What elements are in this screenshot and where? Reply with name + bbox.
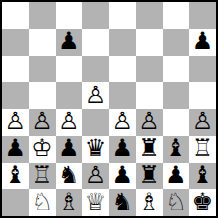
square-a2[interactable]: ♝: [2, 163, 29, 190]
square-e3[interactable]: ♟: [109, 136, 136, 163]
square-b3[interactable]: ♔: [29, 136, 56, 163]
square-g6[interactable]: [163, 56, 190, 83]
square-e8[interactable]: [109, 2, 136, 29]
piece-white-bishop: ♗: [58, 190, 80, 214]
piece-black-bishop: ♝: [192, 163, 214, 187]
square-f7[interactable]: [136, 29, 163, 56]
square-c4[interactable]: ♙: [56, 109, 83, 136]
piece-black-pawn: ♟: [112, 136, 134, 160]
square-c2[interactable]: ♞: [56, 163, 83, 190]
piece-white-pawn: ♙: [138, 109, 160, 133]
piece-white-knight: ♘: [165, 190, 187, 214]
square-g1[interactable]: ♘: [163, 189, 190, 216]
piece-white-pawn: ♙: [85, 83, 107, 107]
piece-black-pawn: ♟: [5, 136, 27, 160]
piece-black-bishop: ♝: [165, 136, 187, 160]
square-f8[interactable]: [136, 2, 163, 29]
square-d8[interactable]: [82, 2, 109, 29]
square-d1[interactable]: ♕: [82, 189, 109, 216]
piece-white-pawn: ♙: [85, 163, 107, 187]
square-b5[interactable]: [29, 82, 56, 109]
square-e1[interactable]: ♞: [109, 189, 136, 216]
square-a6[interactable]: [2, 56, 29, 83]
square-b8[interactable]: [29, 2, 56, 29]
piece-black-pawn: ♟: [192, 29, 214, 53]
square-c1[interactable]: ♗: [56, 189, 83, 216]
square-g8[interactable]: [163, 2, 190, 29]
square-d3[interactable]: ♛: [82, 136, 109, 163]
square-d6[interactable]: [82, 56, 109, 83]
square-a4[interactable]: ♙: [2, 109, 29, 136]
piece-white-pawn: ♙: [5, 109, 27, 133]
square-h1[interactable]: ♚: [189, 189, 216, 216]
square-h6[interactable]: [189, 56, 216, 83]
square-c5[interactable]: [56, 82, 83, 109]
square-h8[interactable]: [189, 2, 216, 29]
square-h5[interactable]: [189, 82, 216, 109]
piece-black-pawn: ♟: [58, 136, 80, 160]
square-f1[interactable]: ♗: [136, 189, 163, 216]
square-h2[interactable]: ♝: [189, 163, 216, 190]
piece-white-king: ♔: [31, 136, 53, 160]
square-e5[interactable]: [109, 82, 136, 109]
piece-black-knight: ♞: [58, 163, 80, 187]
piece-black-pawn: ♟: [112, 163, 134, 187]
piece-black-queen: ♛: [85, 136, 107, 160]
square-a3[interactable]: ♟: [2, 136, 29, 163]
square-a8[interactable]: [2, 2, 29, 29]
square-a1[interactable]: [2, 189, 29, 216]
chess-board-frame: ♟♟♙♙♙♙♙♙♙♟♔♟♛♟♜♝♖♝♖♞♙♟♜♟♝♘♗♕♞♗♘♚: [0, 0, 218, 218]
piece-black-pawn: ♟: [165, 163, 187, 187]
square-f2[interactable]: ♜: [136, 163, 163, 190]
square-e6[interactable]: [109, 56, 136, 83]
piece-white-pawn: ♙: [58, 109, 80, 133]
square-c6[interactable]: [56, 56, 83, 83]
square-f6[interactable]: [136, 56, 163, 83]
square-g2[interactable]: ♟: [163, 163, 190, 190]
piece-white-pawn: ♙: [112, 109, 134, 133]
square-b7[interactable]: [29, 29, 56, 56]
square-h4[interactable]: ♙: [189, 109, 216, 136]
square-g4[interactable]: [163, 109, 190, 136]
square-g3[interactable]: ♝: [163, 136, 190, 163]
piece-white-queen: ♕: [85, 190, 107, 214]
square-h7[interactable]: ♟: [189, 29, 216, 56]
piece-black-rook: ♜: [138, 136, 160, 160]
square-a5[interactable]: [2, 82, 29, 109]
square-c8[interactable]: [56, 2, 83, 29]
square-g7[interactable]: [163, 29, 190, 56]
piece-black-king: ♚: [192, 190, 214, 214]
square-b6[interactable]: [29, 56, 56, 83]
square-b2[interactable]: ♖: [29, 163, 56, 190]
square-a7[interactable]: [2, 29, 29, 56]
square-e2[interactable]: ♟: [109, 163, 136, 190]
piece-white-bishop: ♗: [138, 190, 160, 214]
piece-white-rook: ♖: [192, 136, 214, 160]
piece-black-knight: ♞: [112, 190, 134, 214]
piece-white-rook: ♖: [31, 163, 53, 187]
square-c7[interactable]: ♟: [56, 29, 83, 56]
square-d4[interactable]: [82, 109, 109, 136]
chess-board: ♟♟♙♙♙♙♙♙♙♟♔♟♛♟♜♝♖♝♖♞♙♟♜♟♝♘♗♕♞♗♘♚: [2, 2, 216, 216]
piece-white-pawn: ♙: [192, 109, 214, 133]
square-f4[interactable]: ♙: [136, 109, 163, 136]
square-b1[interactable]: ♘: [29, 189, 56, 216]
square-d7[interactable]: [82, 29, 109, 56]
square-h3[interactable]: ♖: [189, 136, 216, 163]
square-e4[interactable]: ♙: [109, 109, 136, 136]
square-d2[interactable]: ♙: [82, 163, 109, 190]
square-c3[interactable]: ♟: [56, 136, 83, 163]
piece-white-pawn: ♙: [31, 109, 53, 133]
square-d5[interactable]: ♙: [82, 82, 109, 109]
square-f3[interactable]: ♜: [136, 136, 163, 163]
piece-black-bishop: ♝: [5, 163, 27, 187]
square-e7[interactable]: [109, 29, 136, 56]
square-f5[interactable]: [136, 82, 163, 109]
piece-black-pawn: ♟: [58, 29, 80, 53]
piece-white-knight: ♘: [31, 190, 53, 214]
square-b4[interactable]: ♙: [29, 109, 56, 136]
piece-black-rook: ♜: [138, 163, 160, 187]
square-g5[interactable]: [163, 82, 190, 109]
